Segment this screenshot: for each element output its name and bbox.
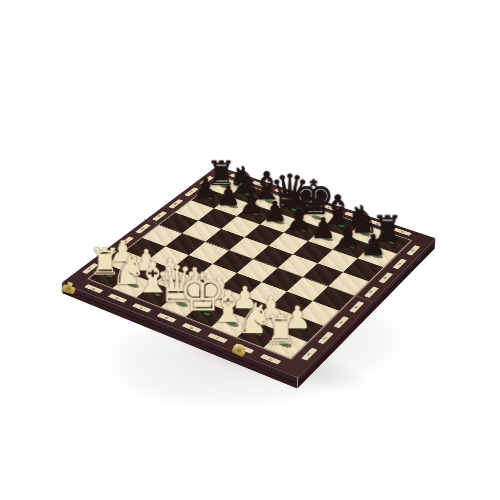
file-label-h: h bbox=[260, 354, 281, 365]
rank-label-7: 7 bbox=[392, 258, 406, 269]
square-h7: ♟ bbox=[358, 245, 397, 267]
product-photo: abcdefgh abcdefgh 87654321 87654321 ♜♞♝♛… bbox=[0, 0, 500, 500]
square-h6 bbox=[343, 258, 383, 281]
rank-label-6: 6 bbox=[378, 272, 393, 283]
rank-label-8: 8 bbox=[406, 245, 420, 256]
rank-label-5: 5 bbox=[363, 286, 378, 297]
white-rook: ♜ bbox=[249, 311, 313, 348]
black-pawn: ♟ bbox=[344, 232, 402, 260]
